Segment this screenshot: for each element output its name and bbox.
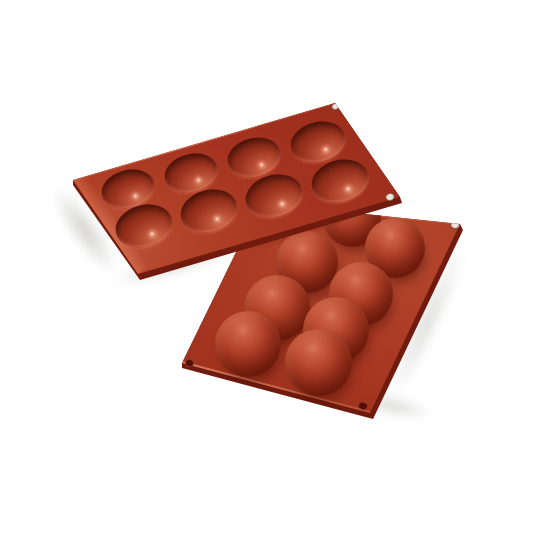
product-photo-scene — [0, 0, 533, 533]
corner-hole — [384, 192, 396, 202]
hemisphere-dome — [215, 311, 281, 377]
hemisphere-dome — [285, 329, 352, 396]
corner-hole — [184, 358, 195, 368]
